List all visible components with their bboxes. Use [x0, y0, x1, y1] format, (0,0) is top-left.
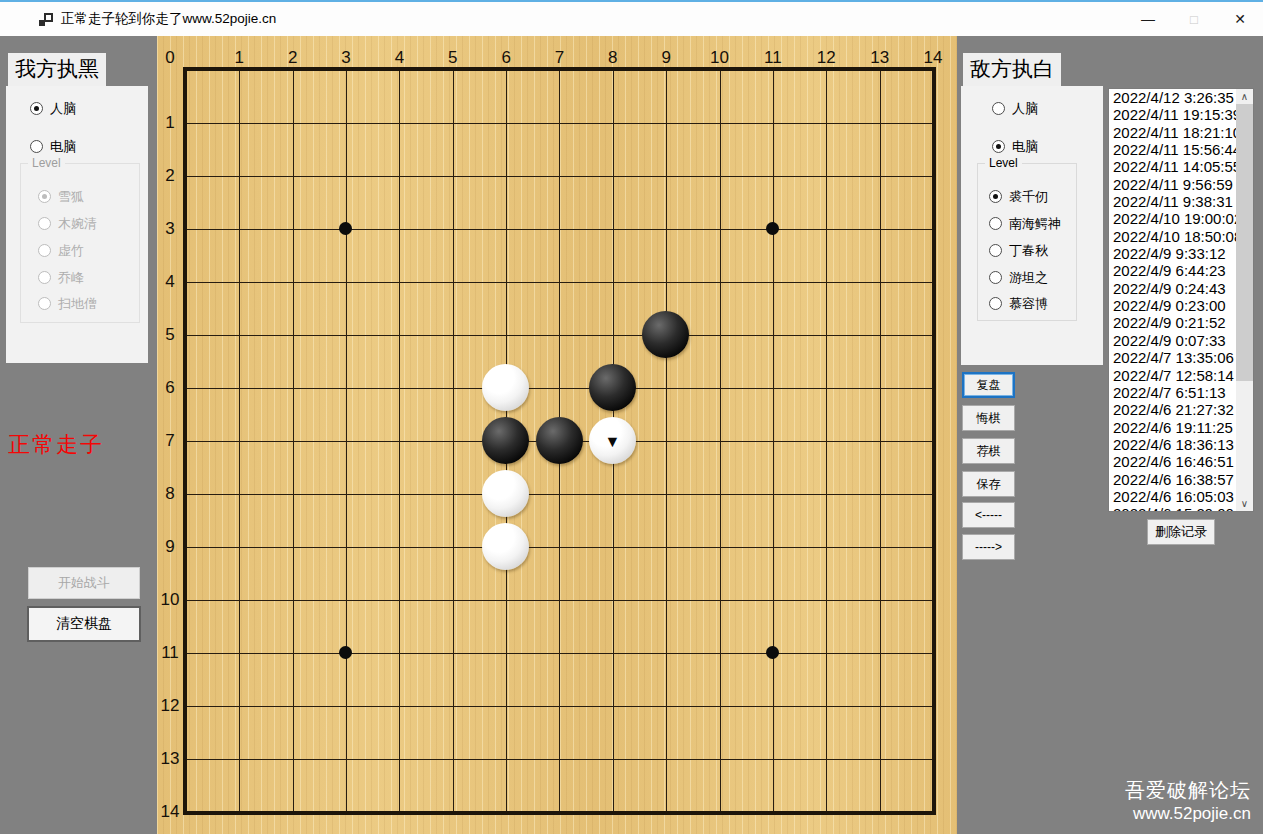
black-stone — [589, 364, 636, 411]
history-item[interactable]: 2022/4/9 0:24:43 — [1109, 280, 1236, 297]
board-col-label: 0 — [165, 48, 174, 68]
scrollbar-thumb[interactable] — [1236, 104, 1253, 381]
history-item[interactable]: 2022/4/11 18:21:10 — [1109, 124, 1236, 141]
radio-dot-icon — [992, 140, 1005, 153]
black-stone — [536, 417, 583, 464]
undo-move-button[interactable]: 悔棋 — [962, 405, 1015, 431]
right-level-option-1[interactable]: 裘千仞 — [989, 189, 1048, 204]
radio-label: 丁春秋 — [1009, 242, 1048, 260]
radio-label: 南海鳄神 — [1009, 215, 1061, 233]
black-stone — [642, 311, 689, 358]
board-row-label: 12 — [161, 696, 180, 716]
history-item[interactable]: 2022/4/11 9:56:59 — [1109, 176, 1236, 193]
right-radio-human[interactable]: 人脑 — [992, 101, 1038, 116]
radio-dot-icon — [989, 271, 1002, 284]
right-level-option-3[interactable]: 丁春秋 — [989, 243, 1048, 258]
minimize-button[interactable]: — — [1125, 2, 1171, 36]
left-radio-computer[interactable]: 电脑 — [30, 139, 76, 154]
left-level-option-5: 扫地僧 — [38, 296, 97, 311]
radio-label: 雪狐 — [58, 188, 84, 206]
history-item[interactable]: 2022/4/11 14:05:55 — [1109, 158, 1236, 175]
window-title: 正常走子轮到你走了www.52pojie.cn — [61, 2, 276, 36]
history-item[interactable]: 2022/4/10 19:00:02 — [1109, 210, 1236, 227]
left-radio-human[interactable]: 人脑 — [30, 101, 76, 116]
replay-button[interactable]: 复盘 — [962, 372, 1015, 398]
board-col-label: 9 — [661, 48, 670, 68]
board-col-label: 8 — [608, 48, 617, 68]
history-item[interactable]: 2022/4/9 0:23:00 — [1109, 297, 1236, 314]
radio-label: 虚竹 — [58, 242, 84, 260]
board-col-label: 11 — [764, 48, 782, 68]
watermark-line2: www.52pojie.cn — [1125, 804, 1251, 824]
board-row-label: 7 — [165, 431, 174, 451]
close-button[interactable]: ✕ — [1217, 2, 1263, 36]
board-col-label: 5 — [448, 48, 457, 68]
board-row-label: 14 — [161, 802, 180, 822]
radio-dot-icon — [30, 140, 43, 153]
radio-dot-icon — [989, 244, 1002, 257]
left-level-option-1: 雪狐 — [38, 189, 84, 204]
history-item[interactable]: 2022/4/9 6:44:23 — [1109, 262, 1236, 279]
white-stone: ▼ — [589, 417, 636, 464]
star-point — [766, 222, 779, 235]
white-stone — [482, 470, 529, 517]
left-player-panel: 人脑 电脑 Level 雪狐 木婉清 虚竹 乔峰 扫地僧 — [6, 86, 148, 363]
radio-label: 裘千仞 — [1009, 188, 1048, 206]
radio-label: 木婉清 — [58, 215, 97, 233]
right-player-panel: 人脑 电脑 Level 裘千仞 南海鳄神 丁春秋 游坦之 慕容博 — [961, 86, 1103, 365]
history-item[interactable]: 2022/4/6 15:29:00 — [1109, 505, 1236, 512]
radio-label: 电脑 — [50, 138, 76, 156]
history-item[interactable]: 2022/4/9 0:07:33 — [1109, 332, 1236, 349]
radio-dot-icon — [989, 297, 1002, 310]
last-move-marker-icon: ▼ — [605, 434, 621, 450]
history-item[interactable]: 2022/4/6 16:05:03 — [1109, 488, 1236, 505]
left-level-option-2: 木婉清 — [38, 216, 97, 231]
radio-label: 游坦之 — [1009, 269, 1048, 287]
right-level-option-2[interactable]: 南海鳄神 — [989, 216, 1061, 231]
radio-dot-icon — [38, 271, 51, 284]
radio-dot-icon — [38, 190, 51, 203]
history-item[interactable]: 2022/4/6 18:36:13 — [1109, 436, 1236, 453]
board-col-label: 3 — [341, 48, 350, 68]
board-col-label: 4 — [395, 48, 404, 68]
history-list[interactable]: 2022/4/12 3:26:352022/4/11 19:15:392022/… — [1108, 88, 1254, 512]
history-item[interactable]: 2022/4/11 19:15:39 — [1109, 106, 1236, 123]
left-level-option-3: 虚竹 — [38, 243, 84, 258]
board-row-label: 13 — [161, 749, 180, 769]
step-back-button[interactable]: <----- — [962, 502, 1015, 528]
level-group-label: Level — [28, 156, 65, 170]
radio-label: 扫地僧 — [58, 295, 97, 313]
white-stone — [482, 523, 529, 570]
board-row-label: 5 — [165, 325, 174, 345]
radio-dot-icon — [989, 190, 1002, 203]
star-point — [339, 222, 352, 235]
start-battle-button: 开始战斗 — [28, 567, 140, 599]
level-group-label: Level — [985, 156, 1022, 170]
board-row-label: 6 — [165, 378, 174, 398]
history-item[interactable]: 2022/4/10 18:50:08 — [1109, 228, 1236, 245]
star-point — [766, 646, 779, 659]
board-col-label: 10 — [710, 48, 729, 68]
board-row-label: 8 — [165, 484, 174, 504]
right-level-option-5[interactable]: 慕容博 — [989, 296, 1048, 311]
history-item[interactable]: 2022/4/7 13:35:06 — [1109, 349, 1236, 366]
maximize-button: □ — [1171, 2, 1217, 36]
white-stone — [482, 364, 529, 411]
radio-dot-icon — [30, 102, 43, 115]
board-col-label: 6 — [501, 48, 510, 68]
left-level-group: Level 雪狐 木婉清 虚竹 乔峰 扫地僧 — [20, 163, 140, 323]
history-item[interactable]: 2022/4/6 19:11:25 — [1109, 419, 1236, 436]
radio-dot-icon — [992, 102, 1005, 115]
board-cells[interactable]: ▼ — [159, 43, 959, 834]
app-icon — [39, 13, 54, 28]
history-item[interactable]: 2022/4/7 12:58:14 — [1109, 367, 1236, 384]
history-item[interactable]: 2022/4/6 21:27:32 — [1109, 401, 1236, 418]
right-radio-computer[interactable]: 电脑 — [992, 139, 1038, 154]
board-col-label: 2 — [288, 48, 297, 68]
board-row-label: 3 — [165, 219, 174, 239]
scroll-down-icon[interactable]: ∨ — [1236, 496, 1253, 511]
radio-dot-icon — [38, 217, 51, 230]
left-panel-title: 我方执黑 — [8, 53, 106, 86]
history-item[interactable]: 2022/4/6 16:38:57 — [1109, 471, 1236, 488]
right-level-option-4[interactable]: 游坦之 — [989, 270, 1048, 285]
history-item[interactable]: 2022/4/9 0:21:52 — [1109, 314, 1236, 331]
history-item[interactable]: 2022/4/12 3:26:35 — [1109, 89, 1236, 106]
clear-board-button[interactable]: 清空棋盘 — [27, 606, 141, 642]
scrollbar[interactable]: ∧ ∨ — [1236, 89, 1253, 511]
history-item[interactable]: 2022/4/6 16:46:51 — [1109, 453, 1236, 470]
watermark-line1: 吾爱破解论坛 — [1125, 777, 1251, 804]
board-col-label: 13 — [870, 48, 889, 68]
history-item[interactable]: 2022/4/11 15:56:44 — [1109, 141, 1236, 158]
board[interactable]: ▼ 01234567891011121314123456789101112131… — [157, 36, 957, 834]
board-row-label: 9 — [165, 537, 174, 557]
board-row-label: 2 — [165, 166, 174, 186]
radio-label: 乔峰 — [58, 269, 84, 287]
radio-dot-icon — [38, 297, 51, 310]
suggest-move-button[interactable]: 荐棋 — [962, 438, 1015, 464]
save-button[interactable]: 保存 — [962, 471, 1015, 497]
board-row-label: 1 — [165, 113, 174, 133]
status-text: 正常走子 — [8, 430, 104, 460]
left-level-option-4: 乔峰 — [38, 270, 84, 285]
radio-label: 人脑 — [50, 100, 76, 118]
board-row-label: 10 — [161, 590, 180, 610]
radio-label: 慕容博 — [1009, 295, 1048, 313]
board-row-label: 11 — [161, 643, 179, 663]
radio-label: 人脑 — [1012, 100, 1038, 118]
board-row-label: 4 — [165, 272, 174, 292]
board-col-label: 14 — [924, 48, 943, 68]
radio-label: 电脑 — [1012, 138, 1038, 156]
history-item[interactable]: 2022/4/7 6:51:13 — [1109, 384, 1236, 401]
black-stone — [482, 417, 529, 464]
right-level-group: Level 裘千仞 南海鳄神 丁春秋 游坦之 慕容博 — [977, 163, 1077, 321]
step-forward-button[interactable]: -----> — [962, 534, 1015, 560]
history-item[interactable]: 2022/4/11 9:38:31 — [1109, 193, 1236, 210]
scroll-up-icon[interactable]: ∧ — [1236, 89, 1253, 104]
right-panel-title: 敌方执白 — [963, 53, 1061, 86]
board-col-label: 1 — [235, 48, 244, 68]
radio-dot-icon — [38, 244, 51, 257]
title-bar: 正常走子轮到你走了www.52pojie.cn — □ ✕ — [0, 0, 1263, 36]
history-item[interactable]: 2022/4/9 9:33:12 — [1109, 245, 1236, 262]
delete-record-button[interactable]: 删除记录 — [1147, 519, 1215, 545]
star-point — [339, 646, 352, 659]
board-col-label: 7 — [555, 48, 564, 68]
radio-dot-icon — [989, 217, 1002, 230]
watermark: 吾爱破解论坛 www.52pojie.cn — [1125, 777, 1251, 824]
board-col-label: 12 — [817, 48, 836, 68]
